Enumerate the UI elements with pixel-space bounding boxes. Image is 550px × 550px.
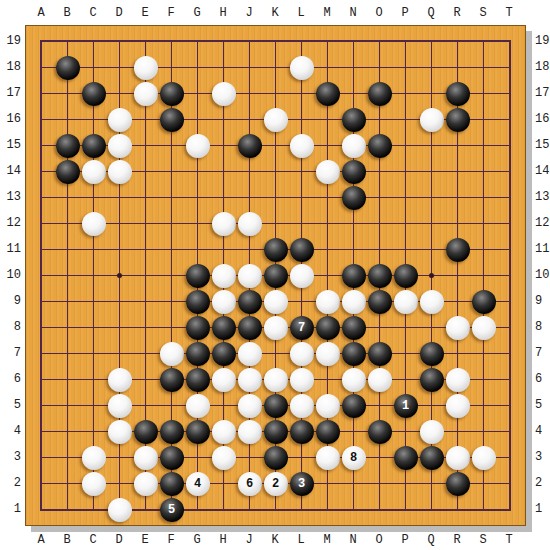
black-stone-F16 (160, 108, 184, 132)
white-stone-N15 (342, 134, 366, 158)
white-stone-D1 (108, 498, 132, 522)
white-stone-E17 (134, 82, 158, 106)
coord-label-top-M: M (323, 6, 330, 20)
star-point-Q10 (429, 273, 434, 278)
white-stone-J4 (238, 420, 262, 444)
black-stone-G9 (186, 290, 210, 314)
move-number-label: 3 (298, 478, 305, 490)
white-stone-N6 (342, 368, 366, 392)
black-stone-N10 (342, 264, 366, 288)
white-stone-H6 (212, 368, 236, 392)
coord-label-bottom-Q: Q (427, 533, 434, 547)
black-stone-P10 (394, 264, 418, 288)
coord-label-right-19: 19 (535, 34, 549, 48)
black-stone-N16 (342, 108, 366, 132)
black-stone-Q7 (420, 342, 444, 366)
white-stone-K6 (264, 368, 288, 392)
white-stone-D6 (108, 368, 132, 392)
coord-label-right-4: 4 (535, 424, 542, 438)
white-stone-L6 (290, 368, 314, 392)
white-stone-G5 (186, 394, 210, 418)
black-stone-O10 (368, 264, 392, 288)
coord-label-right-6: 6 (535, 372, 542, 386)
white-stone-H10 (212, 264, 236, 288)
black-stone-N7 (342, 342, 366, 366)
black-stone-G7 (186, 342, 210, 366)
coord-label-top-G: G (193, 6, 200, 20)
coord-label-bottom-H: H (219, 533, 226, 547)
go-diagram-page: 71846235 AABBCCDDEEFFGGHHJJKKLLMMNNOOPPQ… (0, 0, 550, 550)
white-stone-M3 (316, 446, 340, 470)
black-stone-E4 (134, 420, 158, 444)
coord-label-top-C: C (89, 6, 96, 20)
white-stone-J6 (238, 368, 262, 392)
coord-label-right-9: 9 (535, 294, 542, 308)
black-stone-O15 (368, 134, 392, 158)
white-stone-R3 (446, 446, 470, 470)
coord-label-top-F: F (167, 6, 174, 20)
coord-label-right-18: 18 (535, 60, 549, 74)
coord-label-top-J: J (245, 6, 252, 20)
white-stone-H12 (212, 212, 236, 236)
white-stone-M9 (316, 290, 340, 314)
white-stone-N3: 8 (342, 446, 366, 470)
coord-label-right-5: 5 (535, 398, 542, 412)
black-stone-J8 (238, 316, 262, 340)
coord-label-bottom-K: K (271, 533, 278, 547)
black-stone-N5 (342, 394, 366, 418)
coord-label-top-O: O (375, 6, 382, 20)
black-stone-B15 (56, 134, 80, 158)
white-stone-J2: 6 (238, 472, 262, 496)
white-stone-K8 (264, 316, 288, 340)
coord-label-top-A: A (37, 6, 44, 20)
coord-label-right-17: 17 (535, 86, 549, 100)
coord-label-right-8: 8 (535, 320, 542, 334)
black-stone-N13 (342, 186, 366, 210)
white-stone-M5 (316, 394, 340, 418)
white-stone-P9 (394, 290, 418, 314)
black-stone-M8 (316, 316, 340, 340)
coord-label-top-E: E (141, 6, 148, 20)
coord-label-top-Q: Q (427, 6, 434, 20)
coord-label-right-16: 16 (535, 112, 549, 126)
black-stone-O9 (368, 290, 392, 314)
coord-label-right-10: 10 (535, 268, 549, 282)
coord-label-bottom-G: G (193, 533, 200, 547)
black-stone-Q3 (420, 446, 444, 470)
move-number-label: 8 (350, 452, 357, 464)
white-stone-R8 (446, 316, 470, 340)
white-stone-N9 (342, 290, 366, 314)
black-stone-L4 (290, 420, 314, 444)
white-stone-O6 (368, 368, 392, 392)
coord-label-left-6: 6 (1, 372, 21, 386)
white-stone-J12 (238, 212, 262, 236)
coord-label-top-R: R (453, 6, 460, 20)
coord-label-bottom-E: E (141, 533, 148, 547)
coord-label-bottom-B: B (63, 533, 70, 547)
white-stone-M14 (316, 160, 340, 184)
black-stone-O4 (368, 420, 392, 444)
white-stone-H3 (212, 446, 236, 470)
black-stone-F4 (160, 420, 184, 444)
coord-label-top-D: D (115, 6, 122, 20)
white-stone-K2: 2 (264, 472, 288, 496)
coord-label-right-7: 7 (535, 346, 542, 360)
white-stone-D4 (108, 420, 132, 444)
black-stone-G8 (186, 316, 210, 340)
white-stone-K9 (264, 290, 288, 314)
coord-label-right-12: 12 (535, 216, 549, 230)
coord-label-bottom-C: C (89, 533, 96, 547)
white-stone-C3 (82, 446, 106, 470)
black-stone-F3 (160, 446, 184, 470)
white-stone-D14 (108, 160, 132, 184)
black-stone-L2: 3 (290, 472, 314, 496)
white-stone-L7 (290, 342, 314, 366)
black-stone-C17 (82, 82, 106, 106)
move-number-label: 4 (194, 478, 201, 490)
coord-label-top-H: H (219, 6, 226, 20)
coord-label-bottom-N: N (349, 533, 356, 547)
coord-label-left-15: 15 (1, 138, 21, 152)
black-stone-K3 (264, 446, 288, 470)
white-stone-S8 (472, 316, 496, 340)
black-stone-G10 (186, 264, 210, 288)
coord-label-left-3: 3 (1, 450, 21, 464)
black-stone-L8: 7 (290, 316, 314, 340)
black-stone-F17 (160, 82, 184, 106)
star-point-D10 (117, 273, 122, 278)
white-stone-F7 (160, 342, 184, 366)
coord-label-left-5: 5 (1, 398, 21, 412)
coord-label-bottom-P: P (401, 533, 408, 547)
black-stone-M4 (316, 420, 340, 444)
coord-label-top-T: T (505, 6, 512, 20)
coord-label-bottom-T: T (505, 533, 512, 547)
white-stone-H9 (212, 290, 236, 314)
coord-label-bottom-J: J (245, 533, 252, 547)
coord-label-left-10: 10 (1, 268, 21, 282)
coord-label-left-11: 11 (1, 242, 21, 256)
white-stone-L18 (290, 56, 314, 80)
coord-label-left-16: 16 (1, 112, 21, 126)
black-stone-H7 (212, 342, 236, 366)
board-grid[interactable]: 71846235 (41, 41, 510, 510)
white-stone-L10 (290, 264, 314, 288)
black-stone-K5 (264, 394, 288, 418)
black-stone-G6 (186, 368, 210, 392)
coord-label-right-14: 14 (535, 164, 549, 178)
black-stone-R17 (446, 82, 470, 106)
white-stone-Q16 (420, 108, 444, 132)
white-stone-D5 (108, 394, 132, 418)
coord-label-left-2: 2 (1, 476, 21, 490)
black-stone-B18 (56, 56, 80, 80)
white-stone-R5 (446, 394, 470, 418)
white-stone-H17 (212, 82, 236, 106)
coord-label-top-K: K (271, 6, 278, 20)
white-stone-G15 (186, 134, 210, 158)
white-stone-D16 (108, 108, 132, 132)
white-stone-E18 (134, 56, 158, 80)
black-stone-K4 (264, 420, 288, 444)
white-stone-E3 (134, 446, 158, 470)
coord-label-top-N: N (349, 6, 356, 20)
black-stone-G4 (186, 420, 210, 444)
black-stone-M17 (316, 82, 340, 106)
coord-label-left-4: 4 (1, 424, 21, 438)
coord-label-bottom-F: F (167, 533, 174, 547)
go-board: 71846235 (25, 25, 526, 526)
black-stone-N14 (342, 160, 366, 184)
black-stone-C15 (82, 134, 106, 158)
black-stone-P3 (394, 446, 418, 470)
coord-label-right-13: 13 (535, 190, 549, 204)
black-stone-O17 (368, 82, 392, 106)
coord-label-left-17: 17 (1, 86, 21, 100)
coord-label-left-18: 18 (1, 60, 21, 74)
move-number-label: 7 (298, 322, 305, 334)
coord-label-left-9: 9 (1, 294, 21, 308)
coord-label-left-8: 8 (1, 320, 21, 334)
white-stone-D15 (108, 134, 132, 158)
coord-label-top-B: B (63, 6, 70, 20)
black-stone-B14 (56, 160, 80, 184)
white-stone-C2 (82, 472, 106, 496)
black-stone-Q6 (420, 368, 444, 392)
black-stone-F6 (160, 368, 184, 392)
coord-label-left-7: 7 (1, 346, 21, 360)
coord-label-bottom-A: A (37, 533, 44, 547)
white-stone-L5 (290, 394, 314, 418)
white-stone-J5 (238, 394, 262, 418)
white-stone-Q9 (420, 290, 444, 314)
white-stone-C12 (82, 212, 106, 236)
coord-label-bottom-S: S (479, 533, 486, 547)
coord-label-top-S: S (479, 6, 486, 20)
black-stone-F2 (160, 472, 184, 496)
black-stone-R2 (446, 472, 470, 496)
white-stone-S3 (472, 446, 496, 470)
coord-label-bottom-M: M (323, 533, 330, 547)
coord-label-left-19: 19 (1, 34, 21, 48)
move-number-label: 1 (402, 400, 409, 412)
black-stone-O7 (368, 342, 392, 366)
black-stone-H8 (212, 316, 236, 340)
white-stone-E2 (134, 472, 158, 496)
coord-label-right-11: 11 (535, 242, 549, 256)
black-stone-J9 (238, 290, 262, 314)
black-stone-N8 (342, 316, 366, 340)
move-number-label: 6 (246, 478, 253, 490)
white-stone-R6 (446, 368, 470, 392)
black-stone-S9 (472, 290, 496, 314)
white-stone-G2: 4 (186, 472, 210, 496)
black-stone-R11 (446, 238, 470, 262)
coord-label-top-P: P (401, 6, 408, 20)
white-stone-K16 (264, 108, 288, 132)
coord-label-right-1: 1 (535, 502, 542, 516)
coord-label-left-14: 14 (1, 164, 21, 178)
black-stone-L11 (290, 238, 314, 262)
coord-label-bottom-D: D (115, 533, 122, 547)
black-stone-R16 (446, 108, 470, 132)
white-stone-M7 (316, 342, 340, 366)
coord-label-bottom-R: R (453, 533, 460, 547)
black-stone-P5: 1 (394, 394, 418, 418)
white-stone-J7 (238, 342, 262, 366)
white-stone-H4 (212, 420, 236, 444)
black-stone-K10 (264, 264, 288, 288)
coord-label-bottom-O: O (375, 533, 382, 547)
coord-label-right-15: 15 (535, 138, 549, 152)
coord-label-right-3: 3 (535, 450, 542, 464)
coord-label-left-1: 1 (1, 502, 21, 516)
white-stone-L15 (290, 134, 314, 158)
white-stone-C14 (82, 160, 106, 184)
move-number-label: 5 (168, 504, 175, 516)
coord-label-left-12: 12 (1, 216, 21, 230)
black-stone-F1: 5 (160, 498, 184, 522)
coord-label-top-L: L (297, 6, 304, 20)
coord-label-right-2: 2 (535, 476, 542, 490)
coord-label-bottom-L: L (297, 533, 304, 547)
move-number-label: 2 (272, 478, 279, 490)
black-stone-K11 (264, 238, 288, 262)
black-stone-J15 (238, 134, 262, 158)
white-stone-Q4 (420, 420, 444, 444)
white-stone-J10 (238, 264, 262, 288)
coord-label-left-13: 13 (1, 190, 21, 204)
